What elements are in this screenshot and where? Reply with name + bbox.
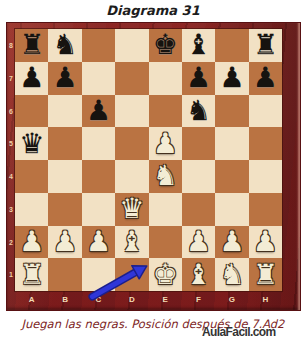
rank-label-3: 3 xyxy=(7,206,15,213)
piece-white-pawn-f2: ♟ xyxy=(182,226,215,259)
square-f6: ♞ xyxy=(182,95,215,128)
piece-white-pawn-e5: ♟ xyxy=(149,127,182,160)
square-b1 xyxy=(48,258,81,291)
file-label-F: F xyxy=(189,296,209,304)
square-c4 xyxy=(82,160,115,193)
piece-black-queen-a5: ♛ xyxy=(15,127,48,160)
piece-white-pawn-c2: ♟ xyxy=(82,226,115,259)
piece-white-queen-d3: ♛ xyxy=(115,193,148,226)
square-b5 xyxy=(48,127,81,160)
piece-black-king-e8: ♚ xyxy=(149,29,182,62)
square-e3 xyxy=(149,193,182,226)
square-b4 xyxy=(48,160,81,193)
rank-label-4: 4 xyxy=(7,173,15,180)
diagram-title: Diagrama 31 xyxy=(0,3,306,18)
square-d4 xyxy=(115,160,148,193)
square-e4: ♞ xyxy=(149,160,182,193)
square-g7: ♟ xyxy=(215,62,248,95)
piece-black-pawn-b7: ♟ xyxy=(48,62,81,95)
piece-white-knight-g1: ♞ xyxy=(215,258,248,291)
piece-white-bishop-d2: ♝ xyxy=(115,226,148,259)
piece-black-pawn-g7: ♟ xyxy=(215,62,248,95)
piece-black-knight-b8: ♞ xyxy=(48,29,81,62)
square-g2: ♟ xyxy=(215,226,248,259)
square-c3 xyxy=(82,193,115,226)
piece-black-pawn-h7: ♟ xyxy=(249,62,282,95)
square-c1 xyxy=(82,258,115,291)
square-g4 xyxy=(215,160,248,193)
piece-black-rook-h8: ♜ xyxy=(249,29,282,62)
piece-white-bishop-f1: ♝ xyxy=(182,258,215,291)
square-f2: ♟ xyxy=(182,226,215,259)
square-h8: ♜ xyxy=(249,29,282,62)
square-c8 xyxy=(82,29,115,62)
file-label-G: G xyxy=(222,296,242,304)
square-d8 xyxy=(115,29,148,62)
square-h2: ♟ xyxy=(249,226,282,259)
square-d7 xyxy=(115,62,148,95)
square-g5 xyxy=(215,127,248,160)
square-h7: ♟ xyxy=(249,62,282,95)
piece-white-rook-a1: ♜ xyxy=(15,258,48,291)
square-e7 xyxy=(149,62,182,95)
square-e1: ♚ xyxy=(149,258,182,291)
square-h6 xyxy=(249,95,282,128)
square-c7 xyxy=(82,62,115,95)
square-c5 xyxy=(82,127,115,160)
watermark: AulaFacil.com xyxy=(202,325,276,339)
piece-black-pawn-a7: ♟ xyxy=(15,62,48,95)
square-a4 xyxy=(15,160,48,193)
rank-label-6: 6 xyxy=(7,108,15,115)
piece-black-pawn-f7: ♟ xyxy=(182,62,215,95)
piece-white-knight-e4: ♞ xyxy=(149,160,182,193)
square-d1 xyxy=(115,258,148,291)
square-b6 xyxy=(48,95,81,128)
piece-black-bishop-f8: ♝ xyxy=(182,29,215,62)
file-label-E: E xyxy=(155,296,175,304)
piece-white-king-e1: ♚ xyxy=(149,258,182,291)
square-h3 xyxy=(249,193,282,226)
square-e6 xyxy=(149,95,182,128)
square-f5 xyxy=(182,127,215,160)
square-a1: ♜ xyxy=(15,258,48,291)
rank-label-1: 1 xyxy=(7,271,15,278)
square-a7: ♟ xyxy=(15,62,48,95)
piece-white-rook-h1: ♜ xyxy=(249,258,282,291)
square-a2: ♟ xyxy=(15,226,48,259)
square-e8: ♚ xyxy=(149,29,182,62)
square-e2 xyxy=(149,226,182,259)
square-g1: ♞ xyxy=(215,258,248,291)
square-c2: ♟ xyxy=(82,226,115,259)
square-g8 xyxy=(215,29,248,62)
file-label-A: A xyxy=(22,296,42,304)
square-f8: ♝ xyxy=(182,29,215,62)
piece-black-pawn-c6: ♟ xyxy=(82,95,115,128)
rank-label-7: 7 xyxy=(7,75,15,82)
square-d5 xyxy=(115,127,148,160)
square-d2: ♝ xyxy=(115,226,148,259)
rank-labels: 87654321 xyxy=(7,29,15,291)
board-grid: ♜♞♚♝♜♟♟♟♟♟♟♞♛♟♞♛♟♟♟♝♟♟♟♜♚♝♞♜ xyxy=(15,29,282,291)
square-b8: ♞ xyxy=(48,29,81,62)
square-h1: ♜ xyxy=(249,258,282,291)
rank-label-8: 8 xyxy=(7,42,15,49)
square-a5: ♛ xyxy=(15,127,48,160)
piece-white-pawn-b2: ♟ xyxy=(48,226,81,259)
chess-board: 87654321 ♜♞♚♝♜♟♟♟♟♟♟♞♛♟♞♛♟♟♟♝♟♟♟♜♚♝♞♜ AB… xyxy=(7,23,300,310)
square-f1: ♝ xyxy=(182,258,215,291)
file-labels: ABCDEFGH xyxy=(15,293,282,308)
rank-label-5: 5 xyxy=(7,140,15,147)
rank-label-2: 2 xyxy=(7,239,15,246)
square-f4 xyxy=(182,160,215,193)
square-d6 xyxy=(115,95,148,128)
square-a3 xyxy=(15,193,48,226)
square-a6 xyxy=(15,95,48,128)
square-a8: ♜ xyxy=(15,29,48,62)
square-b3 xyxy=(48,193,81,226)
square-g6 xyxy=(215,95,248,128)
piece-white-pawn-h2: ♟ xyxy=(249,226,282,259)
piece-black-knight-f6: ♞ xyxy=(182,95,215,128)
file-label-C: C xyxy=(88,296,108,304)
piece-white-pawn-a2: ♟ xyxy=(15,226,48,259)
square-b2: ♟ xyxy=(48,226,81,259)
file-label-H: H xyxy=(255,296,275,304)
square-f7: ♟ xyxy=(182,62,215,95)
square-e5: ♟ xyxy=(149,127,182,160)
piece-black-rook-a8: ♜ xyxy=(15,29,48,62)
piece-white-pawn-g2: ♟ xyxy=(215,226,248,259)
square-b7: ♟ xyxy=(48,62,81,95)
file-label-B: B xyxy=(55,296,75,304)
file-label-D: D xyxy=(122,296,142,304)
square-c6: ♟ xyxy=(82,95,115,128)
square-d3: ♛ xyxy=(115,193,148,226)
square-h5 xyxy=(249,127,282,160)
square-g3 xyxy=(215,193,248,226)
square-f3 xyxy=(182,193,215,226)
square-h4 xyxy=(249,160,282,193)
